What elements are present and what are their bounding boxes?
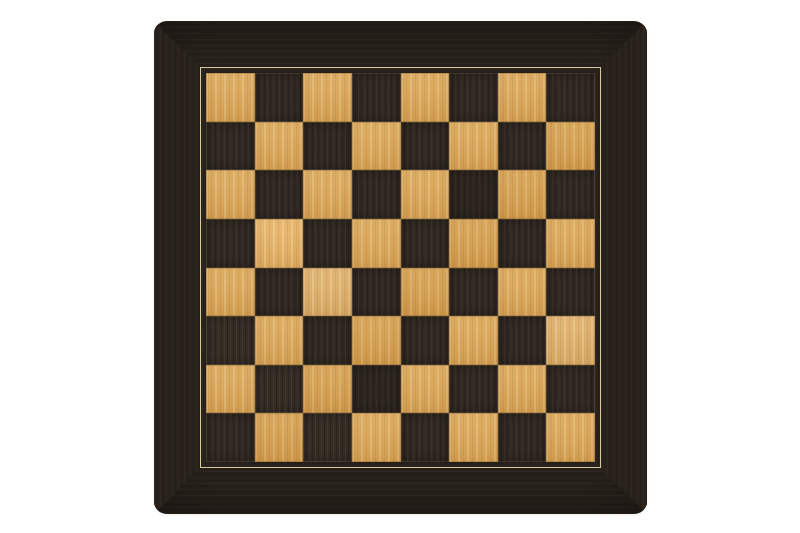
square-f5 (449, 219, 498, 268)
square-f7 (449, 122, 498, 171)
square-e7 (401, 122, 450, 171)
square-c3 (303, 316, 352, 365)
square-b6 (255, 170, 304, 219)
square-g7 (498, 122, 547, 171)
square-g1 (498, 413, 547, 462)
square-g6 (498, 170, 547, 219)
square-e6 (401, 170, 450, 219)
square-g8 (498, 73, 547, 122)
frame-left-rail (154, 21, 206, 514)
square-b2 (255, 365, 304, 414)
square-c8 (303, 73, 352, 122)
square-f2 (449, 365, 498, 414)
square-e3 (401, 316, 450, 365)
board-grid (206, 73, 595, 462)
square-h2 (546, 365, 595, 414)
square-a3 (206, 316, 255, 365)
square-d8 (352, 73, 401, 122)
square-h7 (546, 122, 595, 171)
square-b8 (255, 73, 304, 122)
square-c7 (303, 122, 352, 171)
square-h4 (546, 268, 595, 317)
square-g5 (498, 219, 547, 268)
square-a1 (206, 413, 255, 462)
square-h5 (546, 219, 595, 268)
chess-board (154, 21, 647, 514)
square-b3 (255, 316, 304, 365)
frame-right-rail (595, 21, 647, 514)
square-d3 (352, 316, 401, 365)
square-h1 (546, 413, 595, 462)
square-h6 (546, 170, 595, 219)
square-h3 (546, 316, 595, 365)
square-a4 (206, 268, 255, 317)
square-b5 (255, 219, 304, 268)
square-f1 (449, 413, 498, 462)
square-f3 (449, 316, 498, 365)
square-f4 (449, 268, 498, 317)
square-a7 (206, 122, 255, 171)
square-a6 (206, 170, 255, 219)
square-g2 (498, 365, 547, 414)
square-d2 (352, 365, 401, 414)
square-g3 (498, 316, 547, 365)
square-d6 (352, 170, 401, 219)
square-d1 (352, 413, 401, 462)
square-d5 (352, 219, 401, 268)
square-e5 (401, 219, 450, 268)
square-h8 (546, 73, 595, 122)
square-e8 (401, 73, 450, 122)
square-b7 (255, 122, 304, 171)
square-b1 (255, 413, 304, 462)
square-f6 (449, 170, 498, 219)
square-c5 (303, 219, 352, 268)
square-d4 (352, 268, 401, 317)
square-b4 (255, 268, 304, 317)
square-e1 (401, 413, 450, 462)
square-c1 (303, 413, 352, 462)
square-d7 (352, 122, 401, 171)
square-a5 (206, 219, 255, 268)
square-a8 (206, 73, 255, 122)
square-a2 (206, 365, 255, 414)
square-c6 (303, 170, 352, 219)
square-f8 (449, 73, 498, 122)
square-e4 (401, 268, 450, 317)
photo-background (0, 0, 800, 533)
square-c4 (303, 268, 352, 317)
square-e2 (401, 365, 450, 414)
square-g4 (498, 268, 547, 317)
square-c2 (303, 365, 352, 414)
